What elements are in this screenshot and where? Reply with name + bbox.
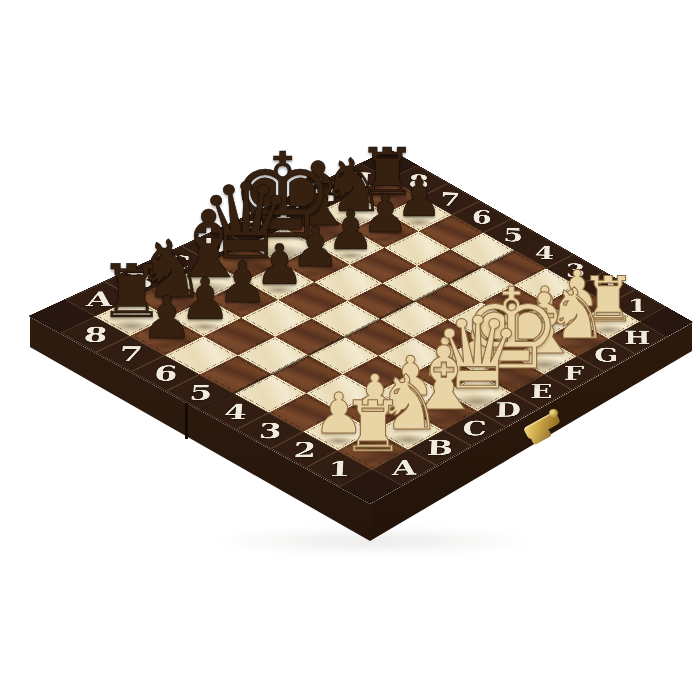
coordinate-label: 5: [188, 380, 213, 405]
coordinate-label: C: [163, 251, 191, 275]
product-photo: AA11BB22CC33DD44EE55FF66GG77HH88 ♜♞♝♛♚♝♞…: [0, 0, 700, 700]
coordinate-label: 8: [408, 170, 429, 192]
coordinate-label: B: [124, 269, 154, 293]
coordinate-label: 5: [503, 224, 523, 246]
coordinate-label: 1: [628, 294, 647, 316]
coordinate-label: F: [564, 361, 585, 384]
brass-latch-knob: [549, 409, 558, 418]
coordinate-label: F: [276, 200, 300, 223]
coordinate-label: 2: [597, 277, 616, 299]
coordinate-label: 7: [440, 188, 461, 210]
coordinate-label: C: [462, 416, 487, 440]
coordinate-label: 3: [565, 259, 585, 281]
coordinate-label: 3: [258, 418, 283, 443]
coordinate-label: 6: [471, 206, 492, 228]
coordinate-label: D: [495, 398, 521, 422]
coordinate-label: E: [530, 379, 553, 402]
coordinate-label: 7: [118, 342, 144, 367]
coordinate-label: G: [594, 344, 618, 367]
coordinate-label: D: [200, 234, 230, 258]
coordinate-label: 8: [82, 322, 108, 347]
coordinate-label: 6: [153, 361, 179, 386]
coordinate-label: H: [624, 326, 650, 348]
coordinate-label: A: [85, 287, 114, 311]
coordinate-label: E: [239, 217, 265, 240]
coordinate-label: 1: [327, 456, 351, 481]
coordinate-label: 4: [534, 242, 554, 264]
coordinate-label: 2: [293, 437, 317, 462]
coordinate-label: A: [392, 455, 417, 480]
fold-seam-side: [185, 403, 188, 439]
coordinate-label: B: [426, 436, 453, 461]
coordinate-label: H: [343, 168, 372, 191]
chess-board: AA11BB22CC33DD44EE55FF66GG77HH88: [30, 150, 692, 503]
coordinate-label: 4: [223, 399, 248, 424]
coordinate-label: G: [309, 184, 336, 207]
